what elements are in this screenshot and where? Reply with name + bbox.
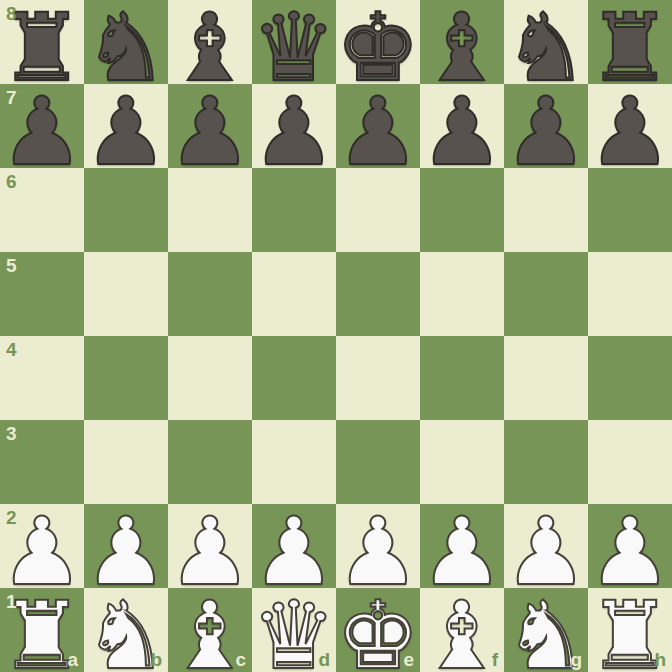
square-b2[interactable]: ♟ (84, 504, 168, 588)
square-d1[interactable]: d♛ (252, 588, 336, 672)
square-h5[interactable] (588, 252, 672, 336)
square-e5[interactable] (336, 252, 420, 336)
square-g2[interactable]: ♟ (504, 504, 588, 588)
square-d3[interactable] (252, 420, 336, 504)
square-e8[interactable]: ♚ (336, 0, 420, 84)
black-pawn[interactable]: ♟ (84, 90, 168, 174)
square-g7[interactable]: ♟ (504, 84, 588, 168)
square-g1[interactable]: g♞ (504, 588, 588, 672)
rank-label-3: 3 (6, 424, 17, 443)
square-g3[interactable] (504, 420, 588, 504)
square-b1[interactable]: b♞ (84, 588, 168, 672)
white-rook[interactable]: ♜ (0, 594, 84, 672)
square-b4[interactable] (84, 336, 168, 420)
square-d2[interactable]: ♟ (252, 504, 336, 588)
square-b3[interactable] (84, 420, 168, 504)
square-c4[interactable] (168, 336, 252, 420)
white-knight[interactable]: ♞ (84, 594, 168, 672)
square-f3[interactable] (420, 420, 504, 504)
white-rook[interactable]: ♜ (588, 594, 672, 672)
square-h7[interactable]: ♟ (588, 84, 672, 168)
square-c3[interactable] (168, 420, 252, 504)
square-f2[interactable]: ♟ (420, 504, 504, 588)
square-c8[interactable]: ♝ (168, 0, 252, 84)
square-h3[interactable] (588, 420, 672, 504)
rank-label-4: 4 (6, 340, 17, 359)
square-e3[interactable] (336, 420, 420, 504)
square-e7[interactable]: ♟ (336, 84, 420, 168)
square-c2[interactable]: ♟ (168, 504, 252, 588)
white-bishop[interactable]: ♝ (168, 594, 252, 672)
square-b8[interactable]: ♞ (84, 0, 168, 84)
white-knight[interactable]: ♞ (504, 594, 588, 672)
square-h4[interactable] (588, 336, 672, 420)
chess-board: 8♜♞♝♛♚♝♞♜7♟♟♟♟♟♟♟♟65432♟♟♟♟♟♟♟♟1a♜b♞c♝d♛… (0, 0, 672, 672)
white-king[interactable]: ♚ (336, 594, 420, 672)
white-bishop[interactable]: ♝ (420, 594, 504, 672)
white-queen[interactable]: ♛ (252, 594, 336, 672)
black-pawn[interactable]: ♟ (336, 90, 420, 174)
square-f1[interactable]: f♝ (420, 588, 504, 672)
square-a5[interactable]: 5 (0, 252, 84, 336)
square-h2[interactable]: ♟ (588, 504, 672, 588)
square-a8[interactable]: 8♜ (0, 0, 84, 84)
square-g4[interactable] (504, 336, 588, 420)
black-pawn[interactable]: ♟ (420, 90, 504, 174)
square-e2[interactable]: ♟ (336, 504, 420, 588)
square-d8[interactable]: ♛ (252, 0, 336, 84)
black-pawn[interactable]: ♟ (252, 90, 336, 174)
square-c5[interactable] (168, 252, 252, 336)
square-h1[interactable]: h♜ (588, 588, 672, 672)
black-pawn[interactable]: ♟ (0, 90, 84, 174)
square-b7[interactable]: ♟ (84, 84, 168, 168)
square-c7[interactable]: ♟ (168, 84, 252, 168)
square-a4[interactable]: 4 (0, 336, 84, 420)
square-f8[interactable]: ♝ (420, 0, 504, 84)
square-a2[interactable]: 2♟ (0, 504, 84, 588)
square-f4[interactable] (420, 336, 504, 420)
black-pawn[interactable]: ♟ (168, 90, 252, 174)
black-pawn[interactable]: ♟ (588, 90, 672, 174)
square-f7[interactable]: ♟ (420, 84, 504, 168)
square-b5[interactable] (84, 252, 168, 336)
square-e1[interactable]: e♚ (336, 588, 420, 672)
square-g5[interactable] (504, 252, 588, 336)
square-e4[interactable] (336, 336, 420, 420)
square-a7[interactable]: 7♟ (0, 84, 84, 168)
square-f5[interactable] (420, 252, 504, 336)
square-d7[interactable]: ♟ (252, 84, 336, 168)
square-d4[interactable] (252, 336, 336, 420)
square-c1[interactable]: c♝ (168, 588, 252, 672)
square-a3[interactable]: 3 (0, 420, 84, 504)
square-h8[interactable]: ♜ (588, 0, 672, 84)
black-pawn[interactable]: ♟ (504, 90, 588, 174)
rank-label-5: 5 (6, 256, 17, 275)
square-d5[interactable] (252, 252, 336, 336)
square-g8[interactable]: ♞ (504, 0, 588, 84)
square-a1[interactable]: 1a♜ (0, 588, 84, 672)
